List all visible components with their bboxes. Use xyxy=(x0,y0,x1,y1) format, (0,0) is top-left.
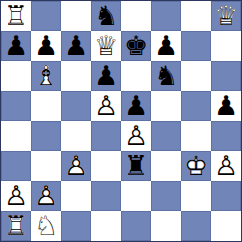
square-b5[interactable] xyxy=(31,91,61,121)
square-b8[interactable] xyxy=(31,1,61,31)
square-e6[interactable] xyxy=(121,61,151,91)
chess-board: ♜♖♞♛♕♟♟♟♛♕♚♟♝♗♟♞♟♙♟♟♟♙♟♙♜♚♔♟♙♟♙♟♙♜♖♞♘ xyxy=(0,0,242,242)
piece-black-king[interactable]: ♚ xyxy=(121,31,151,61)
white-bishop-icon: ♗ xyxy=(34,62,58,89)
white-king-icon: ♔ xyxy=(184,152,208,179)
black-pawn-icon: ♟ xyxy=(34,32,58,59)
square-f2[interactable] xyxy=(151,181,181,211)
white-queen-icon: ♕ xyxy=(214,2,238,29)
square-e5[interactable]: ♟ xyxy=(121,91,151,121)
square-g8[interactable] xyxy=(181,1,211,31)
white-pawn-icon: ♙ xyxy=(124,122,148,149)
square-c7[interactable]: ♟ xyxy=(61,31,91,61)
black-pawn-icon: ♟ xyxy=(64,32,88,59)
black-king-icon: ♚ xyxy=(124,32,148,59)
piece-black-knight[interactable]: ♞ xyxy=(91,1,121,31)
piece-black-pawn[interactable]: ♟ xyxy=(61,31,91,61)
square-b2[interactable]: ♟♙ xyxy=(31,181,61,211)
piece-black-knight[interactable]: ♞ xyxy=(151,61,181,91)
square-h2[interactable] xyxy=(211,181,241,211)
square-d5[interactable]: ♟♙ xyxy=(91,91,121,121)
white-pawn-icon: ♙ xyxy=(214,152,238,179)
square-d4[interactable] xyxy=(91,121,121,151)
square-b6[interactable]: ♝♗ xyxy=(31,61,61,91)
square-a8[interactable]: ♜♖ xyxy=(1,1,31,31)
square-d1[interactable] xyxy=(91,211,121,241)
white-pawn-icon: ♙ xyxy=(34,182,58,209)
square-f8[interactable] xyxy=(151,1,181,31)
square-g2[interactable] xyxy=(181,181,211,211)
black-knight-icon: ♞ xyxy=(94,2,118,29)
piece-white-pawn[interactable]: ♟♙ xyxy=(211,151,241,181)
square-g4[interactable] xyxy=(181,121,211,151)
piece-white-bishop[interactable]: ♝♗ xyxy=(31,61,61,91)
square-e1[interactable] xyxy=(121,211,151,241)
square-f4[interactable] xyxy=(151,121,181,151)
piece-black-rook[interactable]: ♜ xyxy=(121,151,151,181)
square-a7[interactable]: ♟ xyxy=(1,31,31,61)
square-h6[interactable] xyxy=(211,61,241,91)
black-pawn-icon: ♟ xyxy=(94,62,118,89)
piece-white-pawn[interactable]: ♟♙ xyxy=(91,91,121,121)
square-h3[interactable]: ♟♙ xyxy=(211,151,241,181)
white-queen-icon: ♕ xyxy=(94,32,118,59)
square-e7[interactable]: ♚ xyxy=(121,31,151,61)
square-g7[interactable] xyxy=(181,31,211,61)
square-f7[interactable]: ♟ xyxy=(151,31,181,61)
piece-black-pawn[interactable]: ♟ xyxy=(31,31,61,61)
square-f3[interactable] xyxy=(151,151,181,181)
piece-white-pawn[interactable]: ♟♙ xyxy=(61,151,91,181)
piece-white-rook[interactable]: ♜♖ xyxy=(1,1,31,31)
piece-black-pawn[interactable]: ♟ xyxy=(1,31,31,61)
square-a6[interactable] xyxy=(1,61,31,91)
square-a4[interactable] xyxy=(1,121,31,151)
square-a3[interactable] xyxy=(1,151,31,181)
square-g6[interactable] xyxy=(181,61,211,91)
black-pawn-icon: ♟ xyxy=(124,92,148,119)
black-pawn-icon: ♟ xyxy=(214,92,238,119)
square-f6[interactable]: ♞ xyxy=(151,61,181,91)
square-c8[interactable] xyxy=(61,1,91,31)
square-c1[interactable] xyxy=(61,211,91,241)
square-a5[interactable] xyxy=(1,91,31,121)
black-rook-icon: ♜ xyxy=(124,152,148,179)
piece-white-king[interactable]: ♚♔ xyxy=(181,151,211,181)
piece-black-pawn[interactable]: ♟ xyxy=(211,91,241,121)
square-d2[interactable] xyxy=(91,181,121,211)
piece-white-pawn[interactable]: ♟♙ xyxy=(121,121,151,151)
white-rook-icon: ♖ xyxy=(4,212,28,239)
square-e8[interactable] xyxy=(121,1,151,31)
piece-white-knight[interactable]: ♞♘ xyxy=(31,211,61,241)
square-g3[interactable]: ♚♔ xyxy=(181,151,211,181)
square-g5[interactable] xyxy=(181,91,211,121)
white-pawn-icon: ♙ xyxy=(94,92,118,119)
square-c5[interactable] xyxy=(61,91,91,121)
square-g1[interactable] xyxy=(181,211,211,241)
square-c3[interactable]: ♟♙ xyxy=(61,151,91,181)
square-b1[interactable]: ♞♘ xyxy=(31,211,61,241)
square-a2[interactable]: ♟♙ xyxy=(1,181,31,211)
square-e3[interactable]: ♜ xyxy=(121,151,151,181)
piece-white-queen[interactable]: ♛♕ xyxy=(91,31,121,61)
square-h4[interactable] xyxy=(211,121,241,151)
square-b4[interactable] xyxy=(31,121,61,151)
black-knight-icon: ♞ xyxy=(154,62,178,89)
square-h5[interactable]: ♟ xyxy=(211,91,241,121)
piece-white-rook[interactable]: ♜♖ xyxy=(1,211,31,241)
piece-black-pawn[interactable]: ♟ xyxy=(91,61,121,91)
piece-white-queen[interactable]: ♛♕ xyxy=(211,1,241,31)
piece-white-pawn[interactable]: ♟♙ xyxy=(1,181,31,211)
square-d3[interactable] xyxy=(91,151,121,181)
black-pawn-icon: ♟ xyxy=(154,32,178,59)
square-d8[interactable]: ♞ xyxy=(91,1,121,31)
square-f1[interactable] xyxy=(151,211,181,241)
white-knight-icon: ♘ xyxy=(34,212,58,239)
square-h8[interactable]: ♛♕ xyxy=(211,1,241,31)
square-c4[interactable] xyxy=(61,121,91,151)
white-rook-icon: ♖ xyxy=(4,2,28,29)
piece-black-pawn[interactable]: ♟ xyxy=(121,91,151,121)
white-pawn-icon: ♙ xyxy=(4,182,28,209)
square-d7[interactable]: ♛♕ xyxy=(91,31,121,61)
piece-black-pawn[interactable]: ♟ xyxy=(151,31,181,61)
square-c2[interactable] xyxy=(61,181,91,211)
square-d6[interactable]: ♟ xyxy=(91,61,121,91)
square-h7[interactable] xyxy=(211,31,241,61)
white-pawn-icon: ♙ xyxy=(64,152,88,179)
square-b7[interactable]: ♟ xyxy=(31,31,61,61)
square-e4[interactable]: ♟♙ xyxy=(121,121,151,151)
square-a1[interactable]: ♜♖ xyxy=(1,211,31,241)
square-e2[interactable] xyxy=(121,181,151,211)
piece-white-pawn[interactable]: ♟♙ xyxy=(31,181,61,211)
square-c6[interactable] xyxy=(61,61,91,91)
black-pawn-icon: ♟ xyxy=(4,32,28,59)
square-f5[interactable] xyxy=(151,91,181,121)
square-h1[interactable] xyxy=(211,211,241,241)
square-b3[interactable] xyxy=(31,151,61,181)
